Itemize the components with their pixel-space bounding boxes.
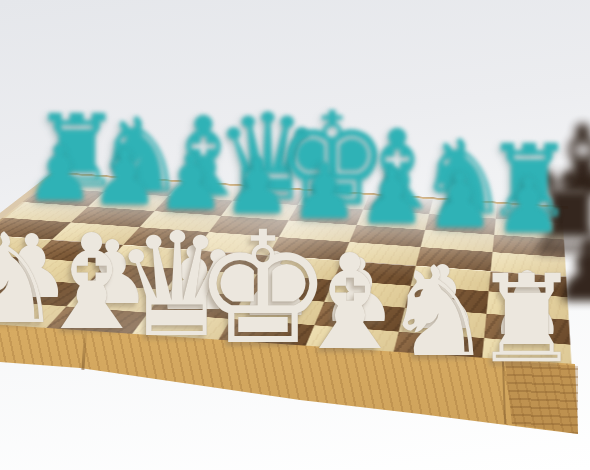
photo-scene: Handcrafted geometric wooden chess set: … — [0, 0, 590, 470]
black-pawn-g7[interactable]: ♟ — [426, 163, 495, 240]
black-pawn-a7[interactable]: ♟ — [25, 136, 94, 213]
black-pawn-f7[interactable]: ♟ — [358, 159, 427, 236]
white-rook-h1[interactable]: ♜ — [473, 260, 581, 381]
black-pawn-h7[interactable]: ♟ — [495, 168, 564, 245]
